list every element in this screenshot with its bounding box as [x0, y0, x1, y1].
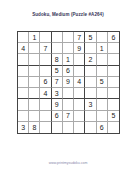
- sudoku-cell-r4c8[interactable]: [97, 66, 108, 77]
- sudoku-sheet: Sudoku, Medium (Puzzle #A264) 1756479181…: [0, 0, 136, 176]
- sudoku-cell-r8c1[interactable]: [18, 111, 29, 122]
- sudoku-cell-r7c8[interactable]: [97, 99, 108, 110]
- sudoku-cell-r9c1: 3: [18, 122, 29, 133]
- sudoku-cell-r2c1: 4: [18, 43, 29, 54]
- sudoku-cell-r5c6: 4: [74, 77, 85, 88]
- sudoku-cell-r1c5[interactable]: [63, 32, 74, 43]
- sudoku-cell-r3c8[interactable]: [97, 54, 108, 65]
- sudoku-cell-r3c7: 2: [85, 54, 96, 65]
- sudoku-cell-r4c7[interactable]: [85, 66, 96, 77]
- sudoku-cell-r1c2: 1: [29, 32, 40, 43]
- sudoku-cell-r6c9[interactable]: [108, 88, 119, 99]
- sudoku-cell-r6c5[interactable]: [63, 88, 74, 99]
- sudoku-cell-r8c3[interactable]: [40, 111, 51, 122]
- sudoku-cell-r1c1[interactable]: [18, 32, 29, 43]
- sudoku-cell-r6c6[interactable]: [74, 88, 85, 99]
- sudoku-cell-r2c9[interactable]: [108, 43, 119, 54]
- sudoku-cell-r6c3: 4: [40, 88, 51, 99]
- sudoku-cell-r9c6[interactable]: [74, 122, 85, 133]
- sudoku-cell-r7c5[interactable]: [63, 99, 74, 110]
- sudoku-cell-r8c2[interactable]: [29, 111, 40, 122]
- sudoku-cell-r5c2[interactable]: [29, 77, 40, 88]
- sudoku-cell-r3c9[interactable]: [108, 54, 119, 65]
- sudoku-cell-r4c6[interactable]: [74, 66, 85, 77]
- sudoku-cell-r6c4: 3: [52, 88, 63, 99]
- sudoku-cell-r9c4[interactable]: [52, 122, 63, 133]
- sudoku-cell-r3c2[interactable]: [29, 54, 40, 65]
- sudoku-cell-r2c2[interactable]: [29, 43, 40, 54]
- sudoku-cell-r9c3[interactable]: [40, 122, 51, 133]
- sudoku-cell-r2c3: 7: [40, 43, 51, 54]
- sudoku-cell-r8c7[interactable]: [85, 111, 96, 122]
- sudoku-cell-r1c3[interactable]: [40, 32, 51, 43]
- footer-url: www.printmysudoku.com: [0, 161, 136, 165]
- sudoku-cell-r4c9[interactable]: [108, 66, 119, 77]
- sudoku-cell-r1c6: 7: [74, 32, 85, 43]
- sudoku-cell-r9c2: 8: [29, 122, 40, 133]
- sudoku-cell-r3c5: 1: [63, 54, 74, 65]
- sudoku-cell-r8c5: 7: [63, 111, 74, 122]
- sudoku-cell-r2c6: 9: [74, 43, 85, 54]
- sudoku-cell-r2c5[interactable]: [63, 43, 74, 54]
- sudoku-cell-r4c1[interactable]: [18, 66, 29, 77]
- sudoku-cell-r2c8: 1: [97, 43, 108, 54]
- sudoku-cell-r2c7[interactable]: [85, 43, 96, 54]
- sudoku-cell-r5c9[interactable]: [108, 77, 119, 88]
- sudoku-cell-r6c1[interactable]: [18, 88, 29, 99]
- sudoku-cell-r5c8: 5: [97, 77, 108, 88]
- sudoku-cell-r4c4: 5: [52, 66, 63, 77]
- sudoku-cell-r7c4: 9: [52, 99, 63, 110]
- sudoku-cell-r1c4[interactable]: [52, 32, 63, 43]
- sudoku-cell-r7c7: 3: [85, 99, 96, 110]
- sudoku-cell-r8c6[interactable]: [74, 111, 85, 122]
- sudoku-cell-r8c8[interactable]: [97, 111, 108, 122]
- sudoku-cell-r7c1[interactable]: [18, 99, 29, 110]
- sudoku-cell-r4c3[interactable]: [40, 66, 51, 77]
- sudoku-cell-r7c2[interactable]: [29, 99, 40, 110]
- sudoku-cell-r8c9: 5: [108, 111, 119, 122]
- sudoku-cell-r3c6[interactable]: [74, 54, 85, 65]
- sudoku-grid: 1756479181256679454393675386: [17, 31, 120, 134]
- sudoku-cell-r7c6[interactable]: [74, 99, 85, 110]
- sudoku-cell-r1c9: 6: [108, 32, 119, 43]
- sudoku-cell-r5c7[interactable]: [85, 77, 96, 88]
- sudoku-cell-r9c7[interactable]: [85, 122, 96, 133]
- sudoku-cell-r3c3[interactable]: [40, 54, 51, 65]
- sudoku-cell-r9c9[interactable]: [108, 122, 119, 133]
- sudoku-cell-r6c2[interactable]: [29, 88, 40, 99]
- sudoku-cell-r5c1[interactable]: [18, 77, 29, 88]
- sudoku-cell-r4c5: 6: [63, 66, 74, 77]
- sudoku-cell-r9c8: 6: [97, 122, 108, 133]
- sudoku-cell-r6c7[interactable]: [85, 88, 96, 99]
- sudoku-cell-r8c4: 6: [52, 111, 63, 122]
- sudoku-cell-r1c8[interactable]: [97, 32, 108, 43]
- page-title: Sudoku, Medium (Puzzle #A264): [0, 12, 136, 17]
- sudoku-cell-r5c5: 9: [63, 77, 74, 88]
- sudoku-cell-r4c2[interactable]: [29, 66, 40, 77]
- sudoku-cell-r6c8[interactable]: [97, 88, 108, 99]
- sudoku-cell-r7c3[interactable]: [40, 99, 51, 110]
- sudoku-cell-r2c4[interactable]: [52, 43, 63, 54]
- sudoku-cell-r7c9[interactable]: [108, 99, 119, 110]
- sudoku-cell-r5c3: 6: [40, 77, 51, 88]
- sudoku-cell-r1c7: 5: [85, 32, 96, 43]
- sudoku-cell-r9c5[interactable]: [63, 122, 74, 133]
- sudoku-cell-r3c4: 8: [52, 54, 63, 65]
- sudoku-cell-r5c4: 7: [52, 77, 63, 88]
- sudoku-cell-r3c1[interactable]: [18, 54, 29, 65]
